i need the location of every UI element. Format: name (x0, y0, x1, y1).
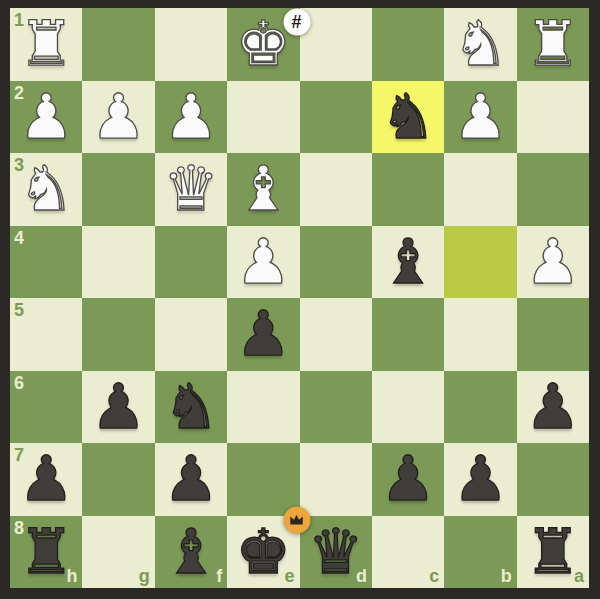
white-rook[interactable]: ♜ (10, 8, 82, 81)
square-e7[interactable] (227, 443, 299, 516)
square-b5[interactable] (444, 298, 516, 371)
square-f8[interactable]: f♝ (155, 516, 227, 589)
square-h2[interactable]: 2♟ (10, 81, 82, 154)
square-e2[interactable] (227, 81, 299, 154)
file-label-g: g (139, 567, 150, 585)
square-h7[interactable]: 7♟ (10, 443, 82, 516)
square-d5[interactable] (300, 298, 372, 371)
square-a5[interactable] (517, 298, 589, 371)
square-f1[interactable] (155, 8, 227, 81)
white-pawn[interactable]: ♟ (227, 226, 299, 299)
square-a8[interactable]: a♜ (517, 516, 589, 589)
black-pawn[interactable]: ♟ (10, 443, 82, 516)
square-d8[interactable]: d♛ (300, 516, 372, 589)
black-knight[interactable]: ♞ (155, 371, 227, 444)
square-h1[interactable]: 1♜ (10, 8, 82, 81)
black-pawn[interactable]: ♟ (372, 443, 444, 516)
square-a3[interactable] (517, 153, 589, 226)
black-pawn[interactable]: ♟ (227, 298, 299, 371)
square-d6[interactable] (300, 371, 372, 444)
board-frame: 1♜♚♞♜2♟♟♟♞♟3♞♛♝4♟♝♟5♟6♟♞♟7♟♟♟♟8h♜gf♝e♚d♛… (0, 0, 600, 599)
black-pawn[interactable]: ♟ (517, 371, 589, 444)
square-h4[interactable]: 4 (10, 226, 82, 299)
square-c2[interactable]: ♞ (372, 81, 444, 154)
square-g1[interactable] (82, 8, 154, 81)
black-bishop[interactable]: ♝ (372, 226, 444, 299)
square-a1[interactable]: ♜ (517, 8, 589, 81)
square-f2[interactable]: ♟ (155, 81, 227, 154)
square-g3[interactable] (82, 153, 154, 226)
file-label-c: c (429, 567, 439, 585)
square-b4[interactable] (444, 226, 516, 299)
white-knight[interactable]: ♞ (444, 8, 516, 81)
square-d4[interactable] (300, 226, 372, 299)
crown-icon (289, 513, 305, 526)
black-pawn[interactable]: ♟ (444, 443, 516, 516)
square-c5[interactable] (372, 298, 444, 371)
square-e4[interactable]: ♟ (227, 226, 299, 299)
checkmate-symbol: # (291, 12, 301, 33)
square-g6[interactable]: ♟ (82, 371, 154, 444)
square-h5[interactable]: 5 (10, 298, 82, 371)
white-pawn[interactable]: ♟ (10, 81, 82, 154)
square-f3[interactable]: ♛ (155, 153, 227, 226)
square-b6[interactable] (444, 371, 516, 444)
white-pawn[interactable]: ♟ (444, 81, 516, 154)
square-a6[interactable]: ♟ (517, 371, 589, 444)
black-pawn[interactable]: ♟ (82, 371, 154, 444)
square-d1[interactable] (300, 8, 372, 81)
file-label-b: b (501, 567, 512, 585)
white-pawn[interactable]: ♟ (155, 81, 227, 154)
square-f4[interactable] (155, 226, 227, 299)
square-d7[interactable] (300, 443, 372, 516)
square-c7[interactable]: ♟ (372, 443, 444, 516)
white-knight[interactable]: ♞ (10, 153, 82, 226)
chess-board: 1♜♚♞♜2♟♟♟♞♟3♞♛♝4♟♝♟5♟6♟♞♟7♟♟♟♟8h♜gf♝e♚d♛… (10, 8, 589, 588)
square-c8[interactable]: c (372, 516, 444, 589)
black-rook[interactable]: ♜ (517, 516, 589, 589)
square-c3[interactable] (372, 153, 444, 226)
square-f6[interactable]: ♞ (155, 371, 227, 444)
square-h8[interactable]: 8h♜ (10, 516, 82, 589)
black-queen[interactable]: ♛ (300, 516, 372, 589)
square-a7[interactable] (517, 443, 589, 516)
winner-badge (283, 506, 310, 533)
rank-label-5: 5 (14, 301, 24, 319)
square-f5[interactable] (155, 298, 227, 371)
white-rook[interactable]: ♜ (517, 8, 589, 81)
square-g7[interactable] (82, 443, 154, 516)
square-h6[interactable]: 6 (10, 371, 82, 444)
square-b3[interactable] (444, 153, 516, 226)
square-g5[interactable] (82, 298, 154, 371)
square-b2[interactable]: ♟ (444, 81, 516, 154)
square-b8[interactable]: b (444, 516, 516, 589)
rank-label-6: 6 (14, 374, 24, 392)
square-g8[interactable]: g (82, 516, 154, 589)
checkmate-badge: # (283, 9, 310, 36)
black-knight[interactable]: ♞ (372, 81, 444, 154)
square-d3[interactable] (300, 153, 372, 226)
white-bishop[interactable]: ♝ (227, 153, 299, 226)
square-f7[interactable]: ♟ (155, 443, 227, 516)
square-a4[interactable]: ♟ (517, 226, 589, 299)
square-h3[interactable]: 3♞ (10, 153, 82, 226)
square-e3[interactable]: ♝ (227, 153, 299, 226)
white-pawn[interactable]: ♟ (82, 81, 154, 154)
black-pawn[interactable]: ♟ (155, 443, 227, 516)
square-g2[interactable]: ♟ (82, 81, 154, 154)
white-pawn[interactable]: ♟ (517, 226, 589, 299)
square-c6[interactable] (372, 371, 444, 444)
square-d2[interactable] (300, 81, 372, 154)
square-b1[interactable]: ♞ (444, 8, 516, 81)
square-e6[interactable] (227, 371, 299, 444)
square-e5[interactable]: ♟ (227, 298, 299, 371)
square-c4[interactable]: ♝ (372, 226, 444, 299)
rank-label-4: 4 (14, 229, 24, 247)
square-g4[interactable] (82, 226, 154, 299)
black-rook[interactable]: ♜ (10, 516, 82, 589)
square-a2[interactable] (517, 81, 589, 154)
square-b7[interactable]: ♟ (444, 443, 516, 516)
white-queen[interactable]: ♛ (155, 153, 227, 226)
square-c1[interactable] (372, 8, 444, 81)
black-bishop[interactable]: ♝ (155, 516, 227, 589)
